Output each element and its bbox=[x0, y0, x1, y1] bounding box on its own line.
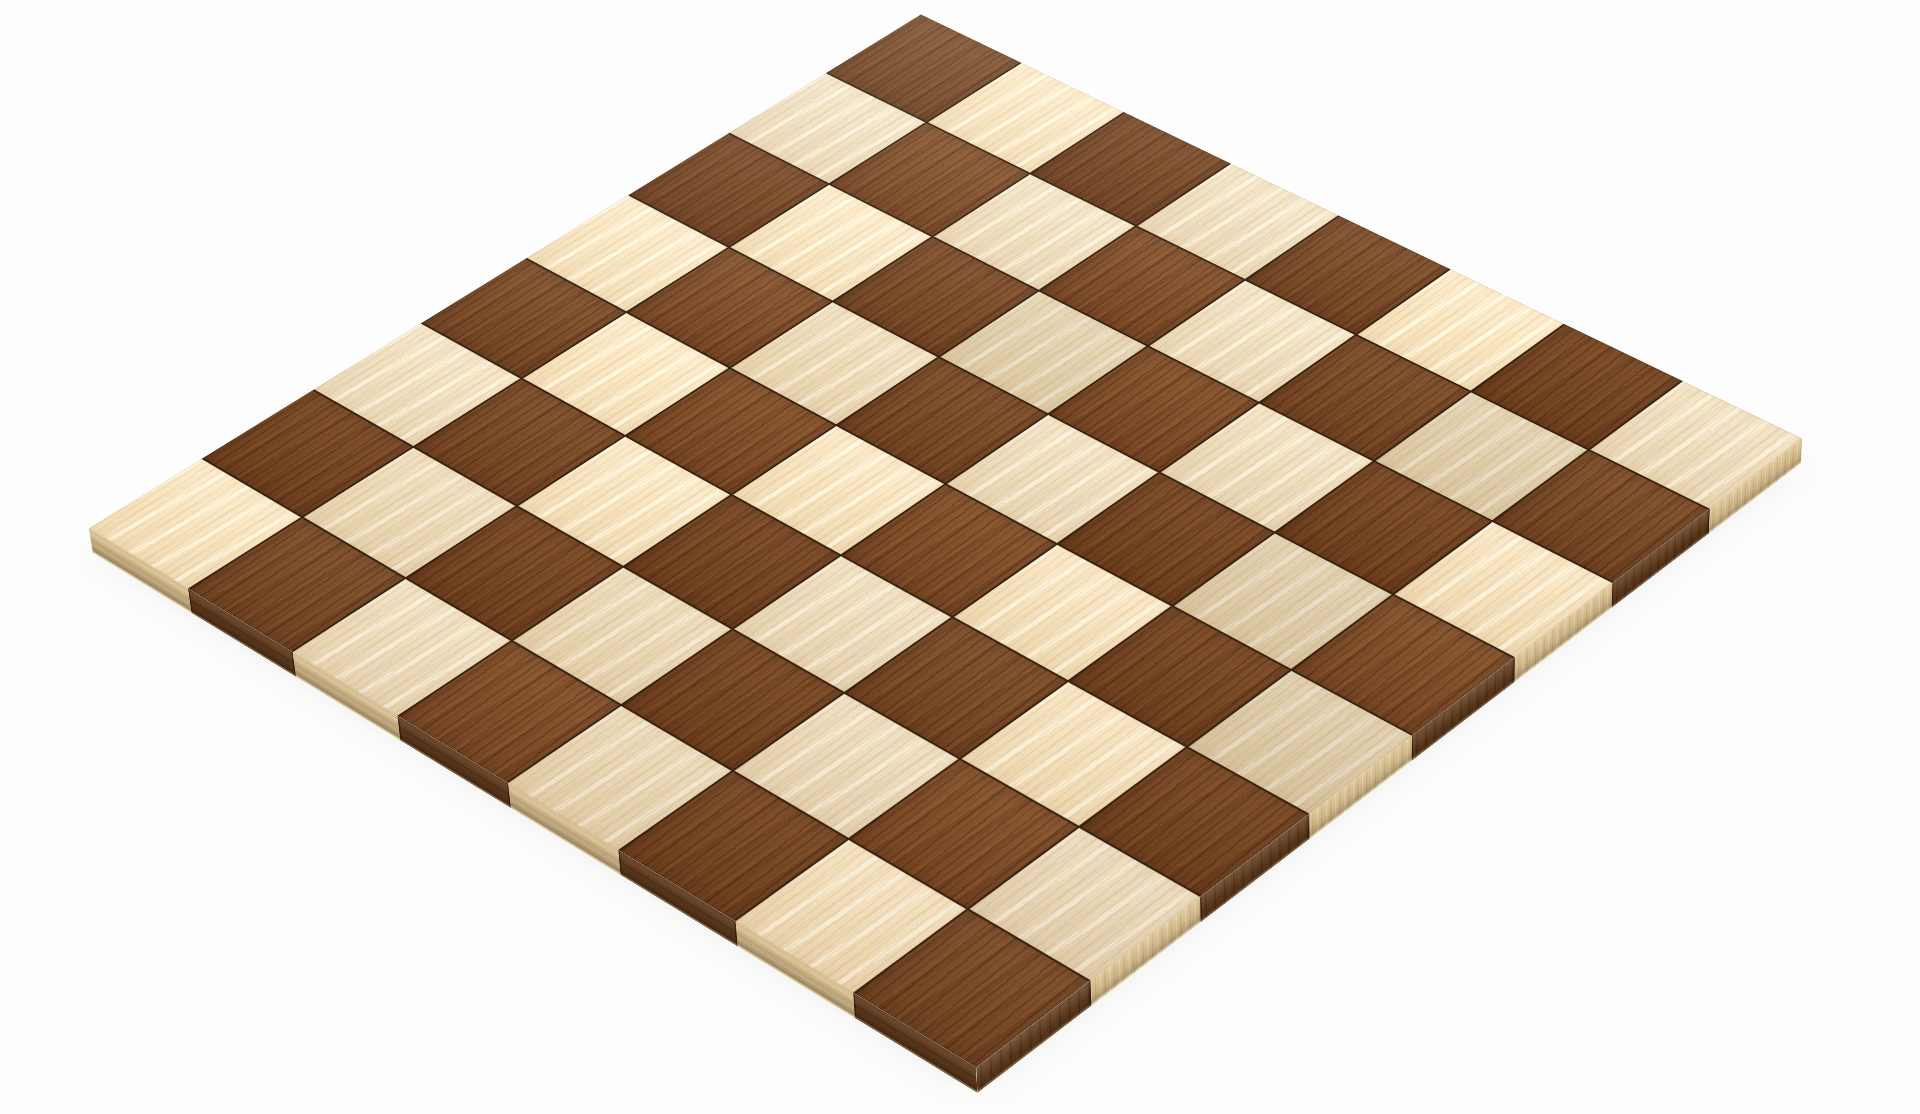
square-r6c7 bbox=[969, 828, 1200, 980]
square-r7c7 bbox=[855, 910, 1089, 1067]
square-r5c5 bbox=[846, 618, 1067, 758]
square-r5c7 bbox=[1080, 748, 1307, 896]
square-r5c3 bbox=[624, 496, 839, 628]
square-r3c6 bbox=[1174, 533, 1392, 668]
square-r4c4 bbox=[842, 484, 1057, 616]
square-r2c6 bbox=[1277, 462, 1492, 594]
square-r7c6 bbox=[736, 840, 967, 993]
square-r1c7 bbox=[1494, 451, 1709, 582]
square-r2c7 bbox=[1395, 522, 1613, 657]
square-r3c7 bbox=[1293, 595, 1514, 734]
square-r5c4 bbox=[733, 556, 951, 692]
square-r4c7 bbox=[1188, 671, 1412, 814]
square-r4c6 bbox=[1069, 607, 1290, 746]
square-r7c3 bbox=[399, 641, 620, 781]
square-r6c2 bbox=[407, 507, 622, 640]
square-r7c5 bbox=[620, 772, 847, 920]
square-r3c5 bbox=[1059, 473, 1274, 605]
square-r4c5 bbox=[954, 545, 1172, 681]
board-top-face bbox=[89, 14, 1802, 1067]
chessboard-3d bbox=[89, 14, 1802, 1067]
product-photo-background bbox=[0, 0, 1920, 1114]
chessboard-photo bbox=[308, 0, 1583, 1114]
square-r6c4 bbox=[622, 630, 843, 770]
square-r6c5 bbox=[735, 694, 959, 838]
square-r6c3 bbox=[513, 568, 731, 704]
square-r6c6 bbox=[850, 760, 1077, 908]
square-r5c6 bbox=[961, 682, 1185, 826]
square-r7c4 bbox=[508, 706, 732, 850]
